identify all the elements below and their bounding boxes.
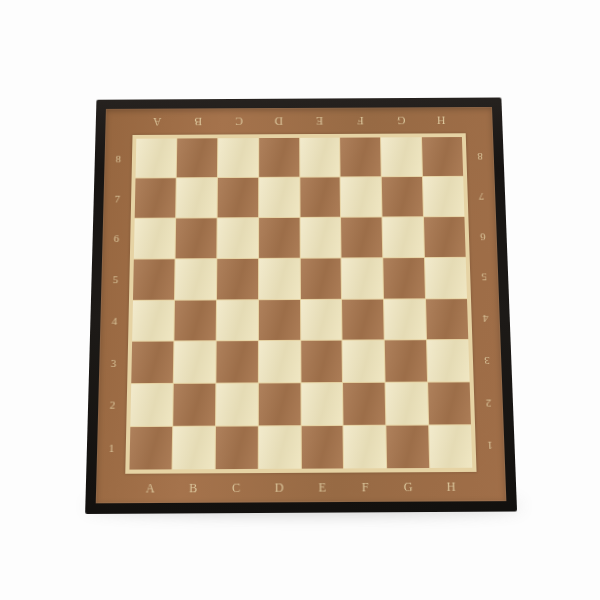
- file-label-f: F: [339, 108, 380, 134]
- square-h2[interactable]: [428, 383, 471, 425]
- square-g8[interactable]: [381, 137, 422, 176]
- square-g1[interactable]: [387, 426, 430, 469]
- square-f5[interactable]: [342, 258, 383, 298]
- square-a5[interactable]: [133, 259, 174, 299]
- square-g3[interactable]: [385, 341, 427, 382]
- rank-label-7: 7: [467, 176, 496, 216]
- square-h8[interactable]: [422, 137, 463, 176]
- square-d4[interactable]: [259, 299, 300, 340]
- chess-board: ABCDEFGH ABCDEFGH 87654321 87654321: [85, 98, 517, 514]
- square-a4[interactable]: [132, 300, 174, 341]
- rank-label-8: 8: [104, 139, 132, 179]
- square-h1[interactable]: [429, 425, 472, 468]
- file-label-f: F: [344, 472, 387, 502]
- square-d3[interactable]: [259, 341, 300, 382]
- file-label-b: B: [177, 108, 218, 134]
- square-e5[interactable]: [300, 258, 341, 298]
- square-d7[interactable]: [259, 178, 299, 217]
- square-f2[interactable]: [343, 383, 385, 425]
- square-c7[interactable]: [217, 178, 257, 217]
- square-a2[interactable]: [130, 384, 172, 426]
- board-wood-margin: ABCDEFGH ABCDEFGH 87654321 87654321: [96, 107, 507, 503]
- square-f1[interactable]: [344, 426, 386, 469]
- square-a1[interactable]: [129, 427, 172, 470]
- square-b3[interactable]: [174, 342, 216, 383]
- rank-label-8: 8: [466, 137, 495, 177]
- square-a8[interactable]: [136, 138, 177, 177]
- square-a7[interactable]: [135, 178, 176, 217]
- square-d6[interactable]: [259, 218, 300, 258]
- file-label-a: A: [136, 109, 177, 135]
- square-g2[interactable]: [386, 383, 428, 425]
- rank-label-5: 5: [101, 259, 130, 300]
- file-label-c: C: [218, 108, 259, 134]
- file-label-g: G: [387, 472, 431, 502]
- board-scene: ABCDEFGH ABCDEFGH 87654321 87654321: [91, 90, 509, 514]
- square-e2[interactable]: [301, 383, 343, 425]
- square-f8[interactable]: [340, 137, 381, 176]
- rank-label-2: 2: [474, 382, 504, 425]
- square-e8[interactable]: [300, 138, 340, 177]
- square-b1[interactable]: [172, 427, 214, 470]
- square-h4[interactable]: [426, 299, 468, 340]
- rank-label-4: 4: [471, 298, 501, 340]
- square-f6[interactable]: [341, 217, 382, 257]
- rank-label-6: 6: [468, 216, 497, 257]
- rank-label-3: 3: [99, 341, 128, 383]
- square-c4[interactable]: [216, 300, 257, 341]
- file-label-d: D: [258, 473, 301, 503]
- chessboard-photo: ABCDEFGH ABCDEFGH 87654321 87654321: [0, 0, 600, 600]
- rank-label-7: 7: [103, 178, 132, 218]
- file-label-e: E: [301, 473, 344, 503]
- file-labels-top: ABCDEFGH: [136, 107, 461, 135]
- file-label-h: H: [420, 107, 461, 133]
- square-e1[interactable]: [301, 426, 343, 469]
- rank-label-3: 3: [472, 340, 502, 382]
- file-label-h: H: [430, 472, 474, 502]
- square-d2[interactable]: [258, 383, 300, 425]
- square-e4[interactable]: [301, 299, 342, 340]
- square-c5[interactable]: [217, 259, 258, 299]
- file-label-b: B: [172, 473, 215, 503]
- square-c2[interactable]: [216, 384, 258, 426]
- rank-label-2: 2: [98, 384, 127, 427]
- square-f4[interactable]: [342, 299, 384, 340]
- rank-label-4: 4: [100, 300, 129, 342]
- square-b5[interactable]: [175, 259, 216, 299]
- square-c8[interactable]: [218, 138, 258, 177]
- square-b4[interactable]: [174, 300, 215, 341]
- square-a6[interactable]: [134, 218, 175, 258]
- rank-label-5: 5: [470, 257, 499, 298]
- file-labels-bottom: ABCDEFGH: [129, 472, 474, 503]
- playing-field-border: [125, 133, 476, 474]
- square-h3[interactable]: [427, 340, 469, 381]
- square-d5[interactable]: [259, 258, 300, 298]
- rank-label-6: 6: [102, 218, 131, 259]
- file-label-g: G: [380, 107, 421, 133]
- square-a3[interactable]: [131, 342, 173, 383]
- square-e6[interactable]: [300, 217, 341, 257]
- square-c1[interactable]: [215, 427, 257, 470]
- square-b8[interactable]: [177, 138, 217, 177]
- rank-label-1: 1: [97, 426, 127, 469]
- square-h6[interactable]: [424, 217, 466, 257]
- square-e3[interactable]: [301, 341, 343, 382]
- square-g7[interactable]: [382, 177, 423, 216]
- square-c6[interactable]: [217, 218, 258, 258]
- board-grid: [129, 137, 472, 470]
- square-g5[interactable]: [383, 258, 425, 298]
- file-label-c: C: [215, 473, 258, 503]
- square-b7[interactable]: [176, 178, 217, 217]
- square-f3[interactable]: [343, 341, 385, 382]
- square-f7[interactable]: [341, 177, 382, 216]
- square-e7[interactable]: [300, 177, 341, 216]
- file-label-e: E: [299, 108, 340, 134]
- square-b2[interactable]: [173, 384, 215, 426]
- rank-label-1: 1: [475, 424, 505, 467]
- square-h5[interactable]: [425, 257, 467, 297]
- square-h7[interactable]: [423, 177, 464, 216]
- square-c3[interactable]: [216, 341, 257, 382]
- square-g6[interactable]: [383, 217, 424, 257]
- file-label-a: A: [129, 474, 173, 504]
- file-label-d: D: [258, 108, 299, 134]
- square-d8[interactable]: [259, 138, 299, 177]
- square-g4[interactable]: [384, 299, 426, 340]
- square-d1[interactable]: [258, 426, 300, 469]
- square-b6[interactable]: [175, 218, 216, 258]
